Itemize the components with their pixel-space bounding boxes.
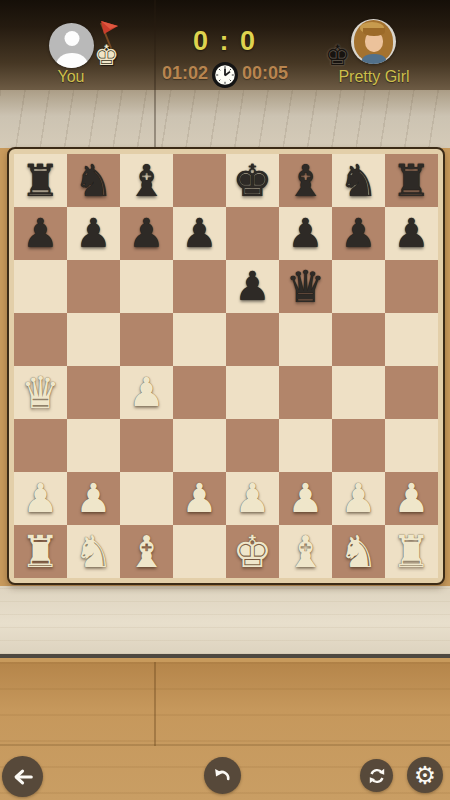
square-d2[interactable]: ♟ — [173, 472, 226, 525]
square-a5[interactable] — [14, 313, 67, 366]
back-button[interactable] — [2, 756, 43, 797]
square-e2[interactable]: ♟ — [226, 472, 279, 525]
white-timer: 01:02 — [128, 63, 208, 84]
gear-icon: ⚙ — [414, 763, 436, 788]
square-d4[interactable] — [173, 366, 226, 419]
square-e3[interactable] — [226, 419, 279, 472]
piece-black-pawn: ♟ — [23, 207, 59, 260]
square-f2[interactable]: ♟ — [279, 472, 332, 525]
square-h4[interactable] — [385, 366, 438, 419]
piece-white-king: ♚ — [233, 525, 272, 578]
black-king-icon: ♚ — [325, 42, 350, 70]
square-f8[interactable]: ♝ — [279, 154, 332, 207]
undo-arrow-icon — [212, 765, 233, 786]
square-e4[interactable] — [226, 366, 279, 419]
square-e6[interactable]: ♟ — [226, 260, 279, 313]
chess-board-frame: ♜♞♝♚♝♞♜♟♟♟♟♟♟♟♟♛♛♟♟♟♟♟♟♟♟♜♞♝♚♝♞♜ — [7, 147, 445, 585]
square-c6[interactable] — [120, 260, 173, 313]
piece-white-pawn: ♟ — [288, 472, 324, 525]
square-e1[interactable]: ♚ — [226, 525, 279, 578]
piece-white-rook: ♜ — [21, 525, 60, 578]
square-a3[interactable] — [14, 419, 67, 472]
square-g5[interactable] — [332, 313, 385, 366]
square-b3[interactable] — [67, 419, 120, 472]
white-player-avatar — [49, 23, 94, 68]
square-a4[interactable]: ♛ — [14, 366, 67, 419]
square-d8[interactable] — [173, 154, 226, 207]
piece-black-king: ♚ — [233, 154, 272, 207]
clock-icon — [211, 61, 239, 89]
person-silhouette-icon — [64, 31, 79, 46]
wood-seam — [0, 744, 450, 746]
square-b1[interactable]: ♞ — [67, 525, 120, 578]
piece-black-pawn: ♟ — [394, 207, 430, 260]
square-h5[interactable] — [385, 313, 438, 366]
square-f7[interactable]: ♟ — [279, 207, 332, 260]
piece-white-pawn: ♟ — [76, 472, 112, 525]
square-b4[interactable] — [67, 366, 120, 419]
piece-white-rook: ♜ — [392, 525, 431, 578]
square-g6[interactable] — [332, 260, 385, 313]
square-a1[interactable]: ♜ — [14, 525, 67, 578]
piece-white-pawn: ♟ — [235, 472, 271, 525]
square-b5[interactable] — [67, 313, 120, 366]
piece-white-knight: ♞ — [339, 525, 378, 578]
square-c7[interactable]: ♟ — [120, 207, 173, 260]
square-h2[interactable]: ♟ — [385, 472, 438, 525]
square-f5[interactable] — [279, 313, 332, 366]
piece-white-pawn: ♟ — [23, 472, 59, 525]
back-arrow-icon — [12, 766, 34, 788]
piece-black-pawn: ♟ — [129, 207, 165, 260]
square-g4[interactable] — [332, 366, 385, 419]
piece-white-pawn: ♟ — [129, 366, 165, 419]
black-player-avatar — [351, 19, 396, 64]
square-e5[interactable] — [226, 313, 279, 366]
piece-black-bishop: ♝ — [286, 154, 325, 207]
square-h8[interactable]: ♜ — [385, 154, 438, 207]
square-c1[interactable]: ♝ — [120, 525, 173, 578]
square-a6[interactable] — [14, 260, 67, 313]
square-a8[interactable]: ♜ — [14, 154, 67, 207]
square-a7[interactable]: ♟ — [14, 207, 67, 260]
square-g2[interactable]: ♟ — [332, 472, 385, 525]
square-d5[interactable] — [173, 313, 226, 366]
square-d6[interactable] — [173, 260, 226, 313]
settings-button[interactable]: ⚙ — [407, 757, 443, 793]
square-g8[interactable]: ♞ — [332, 154, 385, 207]
piece-white-knight: ♞ — [74, 525, 113, 578]
square-g7[interactable]: ♟ — [332, 207, 385, 260]
piece-white-bishop: ♝ — [127, 525, 166, 578]
black-player-name: Pretty Girl — [324, 68, 424, 86]
square-g3[interactable] — [332, 419, 385, 472]
square-c8[interactable]: ♝ — [120, 154, 173, 207]
piece-black-pawn: ♟ — [235, 260, 271, 313]
piece-black-rook: ♜ — [21, 154, 60, 207]
table-edge — [0, 586, 450, 658]
square-f6[interactable]: ♛ — [279, 260, 332, 313]
square-d1[interactable] — [173, 525, 226, 578]
square-b6[interactable] — [67, 260, 120, 313]
square-h7[interactable]: ♟ — [385, 207, 438, 260]
white-king-icon: ♚ — [94, 42, 119, 70]
piece-black-knight: ♞ — [74, 154, 113, 207]
upper-wood-band — [0, 90, 450, 148]
piece-white-pawn: ♟ — [394, 472, 430, 525]
piece-black-rook: ♜ — [392, 154, 431, 207]
piece-black-bishop: ♝ — [127, 154, 166, 207]
piece-black-queen: ♛ — [286, 260, 325, 313]
scoreboard: You ♚ 0 : 0 01:02 00:05 ♚ Pretty Girl — [0, 0, 450, 92]
square-d7[interactable]: ♟ — [173, 207, 226, 260]
square-h6[interactable] — [385, 260, 438, 313]
square-h1[interactable]: ♜ — [385, 525, 438, 578]
square-e7[interactable] — [226, 207, 279, 260]
square-g1[interactable]: ♞ — [332, 525, 385, 578]
score-display: 0 : 0 — [155, 26, 295, 57]
piece-black-knight: ♞ — [339, 154, 378, 207]
square-c4[interactable]: ♟ — [120, 366, 173, 419]
sync-arrows-icon — [367, 766, 387, 786]
square-e8[interactable]: ♚ — [226, 154, 279, 207]
piece-black-pawn: ♟ — [288, 207, 324, 260]
square-c2[interactable] — [120, 472, 173, 525]
piece-white-pawn: ♟ — [341, 472, 377, 525]
piece-black-pawn: ♟ — [341, 207, 377, 260]
black-timer: 00:05 — [242, 63, 322, 84]
square-b7[interactable]: ♟ — [67, 207, 120, 260]
square-b2[interactable]: ♟ — [67, 472, 120, 525]
square-b8[interactable]: ♞ — [67, 154, 120, 207]
square-a2[interactable]: ♟ — [14, 472, 67, 525]
square-c5[interactable] — [120, 313, 173, 366]
piece-white-pawn: ♟ — [182, 472, 218, 525]
flip-board-button[interactable] — [360, 759, 393, 792]
square-f3[interactable] — [279, 419, 332, 472]
piece-white-bishop: ♝ — [286, 525, 325, 578]
square-h3[interactable] — [385, 419, 438, 472]
square-d3[interactable] — [173, 419, 226, 472]
square-c3[interactable] — [120, 419, 173, 472]
piece-white-queen: ♛ — [21, 366, 60, 419]
piece-black-pawn: ♟ — [182, 207, 218, 260]
wood-seam — [154, 662, 156, 746]
chess-board: ♜♞♝♚♝♞♜♟♟♟♟♟♟♟♟♛♛♟♟♟♟♟♟♟♟♜♞♝♚♝♞♜ — [14, 154, 438, 578]
piece-black-pawn: ♟ — [76, 207, 112, 260]
square-f4[interactable] — [279, 366, 332, 419]
undo-button[interactable] — [204, 757, 241, 794]
square-f1[interactable]: ♝ — [279, 525, 332, 578]
